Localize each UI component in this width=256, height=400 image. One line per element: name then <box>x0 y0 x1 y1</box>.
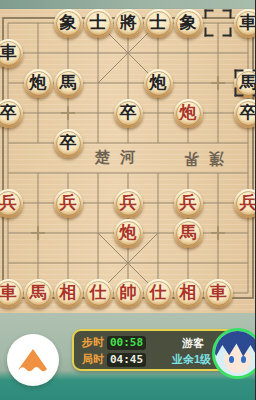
avatar-eye-right <box>241 356 246 363</box>
piece-character: 兵 <box>180 194 197 211</box>
piece-character: 卒 <box>60 134 77 151</box>
piece-black-p-f3r5[interactable]: 卒 <box>54 129 83 158</box>
piece-character: 炮 <box>180 104 197 121</box>
piece-character: 仕 <box>90 284 107 301</box>
piece-black-a-f6r1[interactable]: 士 <box>144 9 173 38</box>
piece-black-b-f7r1[interactable]: 象 <box>174 9 203 38</box>
mountain-logo-icon <box>16 347 50 374</box>
piece-character: 卒 <box>0 104 17 121</box>
piece-red-N-f2r10[interactable]: 馬 <box>24 279 53 308</box>
piece-character: 仕 <box>150 284 167 301</box>
piece-character: 兵 <box>120 194 137 211</box>
piece-black-p-f5r4[interactable]: 卒 <box>114 99 143 128</box>
piece-character: 車 <box>0 284 17 301</box>
piece-character: 士 <box>150 14 167 31</box>
piece-black-c-f2r3[interactable]: 炮 <box>24 69 53 98</box>
piece-character: 馬 <box>180 224 197 241</box>
piece-red-K-f5r10[interactable]: 帥 <box>114 279 143 308</box>
piece-character: 卒 <box>120 104 137 121</box>
piece-red-P-f3r7[interactable]: 兵 <box>54 189 83 218</box>
avatar-eye-left <box>229 356 234 363</box>
piece-character: 士 <box>90 14 107 31</box>
step-time-label: 步时 <box>82 335 104 350</box>
piece-red-P-f7r7[interactable]: 兵 <box>174 189 203 218</box>
piece-character: 炮 <box>30 74 47 91</box>
step-time-value: 00:58 <box>107 336 146 350</box>
piece-character: 馬 <box>30 284 47 301</box>
piece-red-B-f3r10[interactable]: 相 <box>54 279 83 308</box>
player-rank-badge: 业余1级 <box>172 352 211 367</box>
piece-character: 車 <box>240 14 256 31</box>
piece-character: 兵 <box>60 194 77 211</box>
point-marker <box>61 106 75 120</box>
piece-red-A-f4r10[interactable]: 仕 <box>84 279 113 308</box>
game-time-value: 04:45 <box>107 353 146 367</box>
last-move-from-bracket <box>205 10 232 37</box>
piece-character: 兵 <box>240 194 256 211</box>
piece-character: 炮 <box>120 224 137 241</box>
piece-character: 炮 <box>150 74 167 91</box>
piece-red-R-f1r10[interactable]: 車 <box>0 279 23 308</box>
piece-character: 帥 <box>120 284 137 301</box>
game-time-label: 局时 <box>82 352 104 367</box>
xiangqi-board[interactable]: 楚河 漢界 象士將士象車車炮馬炮馬卒卒炮卒卒兵兵兵兵兵炮馬車馬相仕帥仕相車 <box>0 9 255 313</box>
piece-character: 相 <box>60 284 77 301</box>
piece-red-C-f7r4[interactable]: 炮 <box>174 99 203 128</box>
piece-character: 卒 <box>240 104 256 121</box>
piece-character: 象 <box>180 14 197 31</box>
piece-red-B-f7r10[interactable]: 相 <box>174 279 203 308</box>
piece-character: 象 <box>60 14 77 31</box>
point-marker <box>211 226 225 240</box>
piece-red-R-f8r10[interactable]: 車 <box>204 279 233 308</box>
piece-red-N-f7r8[interactable]: 馬 <box>174 219 203 248</box>
piece-red-P-f9r7[interactable]: 兵 <box>234 189 256 218</box>
player-avatar[interactable] <box>212 328 255 379</box>
piece-black-b-f3r1[interactable]: 象 <box>54 9 83 38</box>
xiangqi-app-screen: 楚河 漢界 象士將士象車車炮馬炮馬卒卒炮卒卒兵兵兵兵兵炮馬車馬相仕帥仕相車 联机… <box>0 0 255 400</box>
piece-character: 車 <box>210 284 227 301</box>
piece-black-a-f4r1[interactable]: 士 <box>84 9 113 38</box>
piece-character: 兵 <box>0 194 17 211</box>
piece-black-p-f1r4[interactable]: 卒 <box>0 99 23 128</box>
piece-black-n-f3r3[interactable]: 馬 <box>54 69 83 98</box>
piece-black-c-f6r3[interactable]: 炮 <box>144 69 173 98</box>
piece-character: 車 <box>0 44 17 61</box>
piece-character: 馬 <box>60 74 77 91</box>
point-marker <box>31 226 45 240</box>
piece-black-p-f9r4[interactable]: 卒 <box>234 99 256 128</box>
piece-character: 將 <box>120 14 137 31</box>
piece-red-P-f5r7[interactable]: 兵 <box>114 189 143 218</box>
piece-black-r-f9r1[interactable]: 車 <box>234 9 256 38</box>
point-marker <box>211 76 225 90</box>
menu-button[interactable] <box>7 334 59 386</box>
piece-black-k-f5r1[interactable]: 將 <box>114 9 143 38</box>
last-move-to-bracket <box>235 70 256 97</box>
piece-character: 相 <box>180 284 197 301</box>
piece-grid: 象士將士象車車炮馬炮馬卒卒炮卒卒兵兵兵兵兵炮馬車馬相仕帥仕相車 <box>0 8 255 308</box>
piece-red-P-f1r7[interactable]: 兵 <box>0 189 23 218</box>
piece-red-C-f5r8[interactable]: 炮 <box>114 219 143 248</box>
piece-black-r-f1r2[interactable]: 車 <box>0 39 23 68</box>
player-name: 游客 <box>182 336 204 351</box>
piece-red-A-f6r10[interactable]: 仕 <box>144 279 173 308</box>
